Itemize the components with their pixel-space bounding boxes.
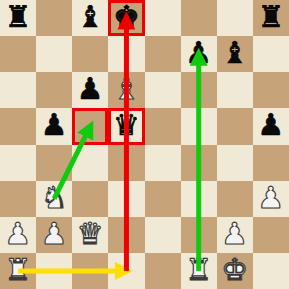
square-h2[interactable] — [253, 217, 289, 253]
square-f8[interactable] — [181, 0, 217, 36]
square-b7[interactable] — [36, 36, 72, 72]
square-g1[interactable]: ♚ — [217, 253, 253, 289]
square-e2[interactable] — [145, 217, 181, 253]
square-d2[interactable] — [108, 217, 144, 253]
square-c5[interactable] — [72, 108, 108, 144]
square-e3[interactable] — [145, 181, 181, 217]
square-b5[interactable]: ♟ — [36, 108, 72, 144]
square-h1[interactable] — [253, 253, 289, 289]
piece-black-pawn-c6[interactable]: ♟ — [77, 74, 104, 104]
square-e4[interactable] — [145, 145, 181, 181]
square-a7[interactable] — [0, 36, 36, 72]
square-f6[interactable] — [181, 72, 217, 108]
square-b6[interactable] — [36, 72, 72, 108]
piece-black-pawn-f7[interactable]: ♟ — [185, 38, 212, 68]
square-b2[interactable]: ♟ — [36, 217, 72, 253]
piece-black-pawn-h5[interactable]: ♟ — [257, 110, 284, 140]
piece-black-king-d8[interactable]: ♚ — [113, 2, 140, 32]
square-e1[interactable] — [145, 253, 181, 289]
piece-white-pawn-h3[interactable]: ♟ — [257, 183, 284, 213]
square-b8[interactable] — [36, 0, 72, 36]
square-h6[interactable] — [253, 72, 289, 108]
square-g2[interactable]: ♟ — [217, 217, 253, 253]
chess-board-screenshot: ♜♝♚♜♟♝♟♝♟♛♟♞♟♟♟♛♟♜♜♚ — [0, 0, 289, 289]
square-h4[interactable] — [253, 145, 289, 181]
square-h5[interactable]: ♟ — [253, 108, 289, 144]
square-f3[interactable] — [181, 181, 217, 217]
square-d1[interactable] — [108, 253, 144, 289]
square-g7[interactable]: ♝ — [217, 36, 253, 72]
square-c7[interactable] — [72, 36, 108, 72]
square-g5[interactable] — [217, 108, 253, 144]
square-f2[interactable] — [181, 217, 217, 253]
square-e6[interactable] — [145, 72, 181, 108]
piece-white-knight-b3[interactable]: ♞ — [41, 183, 68, 213]
square-f1[interactable]: ♜ — [181, 253, 217, 289]
piece-black-bishop-c8[interactable]: ♝ — [77, 2, 104, 32]
piece-white-bishop-d6[interactable]: ♝ — [113, 74, 140, 104]
piece-black-bishop-g7[interactable]: ♝ — [221, 38, 248, 68]
square-d4[interactable] — [108, 145, 144, 181]
piece-white-king-g1[interactable]: ♚ — [221, 255, 248, 285]
piece-white-pawn-b2[interactable]: ♟ — [41, 219, 68, 249]
square-g8[interactable] — [217, 0, 253, 36]
square-d5[interactable]: ♛ — [108, 108, 144, 144]
square-a1[interactable]: ♜ — [0, 253, 36, 289]
square-c6[interactable]: ♟ — [72, 72, 108, 108]
piece-black-queen-d5[interactable]: ♛ — [113, 110, 140, 140]
piece-white-rook-f1[interactable]: ♜ — [185, 255, 212, 285]
square-f5[interactable] — [181, 108, 217, 144]
square-a4[interactable] — [0, 145, 36, 181]
square-a5[interactable] — [0, 108, 36, 144]
piece-white-queen-c2[interactable]: ♛ — [77, 219, 104, 249]
piece-white-pawn-g2[interactable]: ♟ — [221, 219, 248, 249]
square-f7[interactable]: ♟ — [181, 36, 217, 72]
square-c8[interactable]: ♝ — [72, 0, 108, 36]
square-h8[interactable]: ♜ — [253, 0, 289, 36]
square-a2[interactable]: ♟ — [0, 217, 36, 253]
square-a8[interactable]: ♜ — [0, 0, 36, 36]
square-g6[interactable] — [217, 72, 253, 108]
square-b3[interactable]: ♞ — [36, 181, 72, 217]
square-a3[interactable] — [0, 181, 36, 217]
square-d7[interactable] — [108, 36, 144, 72]
square-b1[interactable] — [36, 253, 72, 289]
square-g3[interactable] — [217, 181, 253, 217]
piece-white-pawn-a2[interactable]: ♟ — [5, 219, 32, 249]
square-d8[interactable]: ♚ — [108, 0, 144, 36]
square-c1[interactable] — [72, 253, 108, 289]
square-e5[interactable] — [145, 108, 181, 144]
square-c2[interactable]: ♛ — [72, 217, 108, 253]
square-d6[interactable]: ♝ — [108, 72, 144, 108]
square-f4[interactable] — [181, 145, 217, 181]
piece-black-pawn-b5[interactable]: ♟ — [41, 110, 68, 140]
square-d3[interactable] — [108, 181, 144, 217]
piece-black-rook-a8[interactable]: ♜ — [5, 2, 32, 32]
square-e8[interactable] — [145, 0, 181, 36]
piece-black-rook-h8[interactable]: ♜ — [257, 2, 284, 32]
square-e7[interactable] — [145, 36, 181, 72]
square-c4[interactable] — [72, 145, 108, 181]
square-a6[interactable] — [0, 72, 36, 108]
piece-white-rook-a1[interactable]: ♜ — [5, 255, 32, 285]
square-h7[interactable] — [253, 36, 289, 72]
square-c3[interactable] — [72, 181, 108, 217]
square-h3[interactable]: ♟ — [253, 181, 289, 217]
square-b4[interactable] — [36, 145, 72, 181]
square-g4[interactable] — [217, 145, 253, 181]
chess-board: ♜♝♚♜♟♝♟♝♟♛♟♞♟♟♟♛♟♜♜♚ — [0, 0, 289, 289]
